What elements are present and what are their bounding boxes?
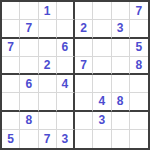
cell-r8c7[interactable] <box>112 130 130 148</box>
cell-r1c5[interactable] <box>75 2 93 20</box>
cell-r3c7[interactable] <box>112 39 130 57</box>
cell-r3c2[interactable] <box>20 39 38 57</box>
cell-r1c2[interactable] <box>20 2 38 20</box>
given-digit-r2c2[interactable]: 7 <box>20 20 38 38</box>
given-digit-r8c4[interactable]: 3 <box>57 130 75 148</box>
given-digit-r3c1[interactable]: 7 <box>2 39 20 57</box>
cell-r1c6[interactable] <box>93 2 111 20</box>
given-digit-r5c4[interactable]: 4 <box>57 75 75 93</box>
cell-r2c8[interactable] <box>130 20 148 38</box>
cell-r4c1[interactable] <box>2 57 20 75</box>
cell-r7c3[interactable] <box>39 112 57 130</box>
given-digit-r4c5[interactable]: 7 <box>75 57 93 75</box>
cell-r6c2[interactable] <box>20 93 38 111</box>
given-digit-r8c3[interactable]: 7 <box>39 130 57 148</box>
cell-r1c4[interactable] <box>57 2 75 20</box>
cell-r2c3[interactable] <box>39 20 57 38</box>
cell-r5c6[interactable] <box>93 75 111 93</box>
cell-r2c6[interactable] <box>93 20 111 38</box>
cell-r1c7[interactable] <box>112 2 130 20</box>
cell-r6c4[interactable] <box>57 93 75 111</box>
given-digit-r5c2[interactable]: 6 <box>20 75 38 93</box>
cell-r5c1[interactable] <box>2 75 20 93</box>
given-digit-r6c7[interactable]: 8 <box>112 93 130 111</box>
cell-r3c6[interactable] <box>93 39 111 57</box>
cell-r6c1[interactable] <box>2 93 20 111</box>
cell-r5c8[interactable] <box>130 75 148 93</box>
cell-r8c6[interactable] <box>93 130 111 148</box>
cell-r7c7[interactable] <box>112 112 130 130</box>
cell-r4c6[interactable] <box>93 57 111 75</box>
cell-r3c5[interactable] <box>75 39 93 57</box>
given-digit-r7c2[interactable]: 8 <box>20 112 38 130</box>
cell-r6c8[interactable] <box>130 93 148 111</box>
given-digit-r2c5[interactable]: 2 <box>75 20 93 38</box>
given-digit-r3c8[interactable]: 5 <box>130 39 148 57</box>
cell-r5c3[interactable] <box>39 75 57 93</box>
cell-r6c3[interactable] <box>39 93 57 111</box>
cell-r3c3[interactable] <box>39 39 57 57</box>
given-digit-r1c3[interactable]: 1 <box>39 2 57 20</box>
cell-r7c4[interactable] <box>57 112 75 130</box>
cell-r7c8[interactable] <box>130 112 148 130</box>
given-digit-r8c1[interactable]: 5 <box>2 130 20 148</box>
given-digit-r1c8[interactable]: 7 <box>130 2 148 20</box>
cell-r4c4[interactable] <box>57 57 75 75</box>
sudoku-board: 17723765278644883573 <box>0 0 150 150</box>
cell-r4c7[interactable] <box>112 57 130 75</box>
cell-r7c1[interactable] <box>2 112 20 130</box>
cell-r8c8[interactable] <box>130 130 148 148</box>
cell-r2c1[interactable] <box>2 20 20 38</box>
cell-r2c4[interactable] <box>57 20 75 38</box>
cell-r6c5[interactable] <box>75 93 93 111</box>
given-digit-r4c8[interactable]: 8 <box>130 57 148 75</box>
cell-r7c5[interactable] <box>75 112 93 130</box>
cell-r1c1[interactable] <box>2 2 20 20</box>
cell-r5c7[interactable] <box>112 75 130 93</box>
cell-r8c2[interactable] <box>20 130 38 148</box>
given-digit-r6c6[interactable]: 4 <box>93 93 111 111</box>
cell-r4c2[interactable] <box>20 57 38 75</box>
cell-r8c5[interactable] <box>75 130 93 148</box>
given-digit-r7c6[interactable]: 3 <box>93 112 111 130</box>
given-digit-r4c3[interactable]: 2 <box>39 57 57 75</box>
given-digit-r2c7[interactable]: 3 <box>112 20 130 38</box>
cell-r5c5[interactable] <box>75 75 93 93</box>
given-digit-r3c4[interactable]: 6 <box>57 39 75 57</box>
